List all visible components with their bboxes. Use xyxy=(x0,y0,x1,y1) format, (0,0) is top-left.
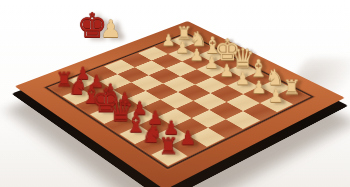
boxwood-pawn: ♟ xyxy=(251,79,266,96)
chess-board: ♜♞♝♚♛♝♞♜♟♟♟♟♟♟♟♟♟♟♟♟♟♟♟♟♜♞♝♚♛♝♞♜ xyxy=(15,21,345,187)
boxwood-pawn: ♟ xyxy=(161,32,175,48)
boxwood-pawn: ♟ xyxy=(189,47,203,63)
square-light xyxy=(192,110,226,128)
square-dark xyxy=(243,103,277,120)
boxwood-pawn: ♟ xyxy=(219,62,234,79)
red-pawn: ♟ xyxy=(179,128,196,147)
red-rook: ♜ xyxy=(158,134,178,156)
boxwood-pawn: ♟ xyxy=(268,87,284,104)
boxwood-pawn: ♟ xyxy=(175,40,189,56)
boxwood-rook: ♜ xyxy=(283,77,301,97)
boxwood-pawn: ♟ xyxy=(204,54,219,70)
boxwood-pawn: ♟ xyxy=(235,70,250,87)
chess-set-product-photo: ♜♞♝♚♛♝♞♜♟♟♟♟♟♟♟♟♟♟♟♟♟♟♟♟♜♞♝♚♛♝♞♜ ♚ ♟ xyxy=(0,0,350,187)
boxwood-pawn-display-piece: ♟ xyxy=(100,17,122,41)
